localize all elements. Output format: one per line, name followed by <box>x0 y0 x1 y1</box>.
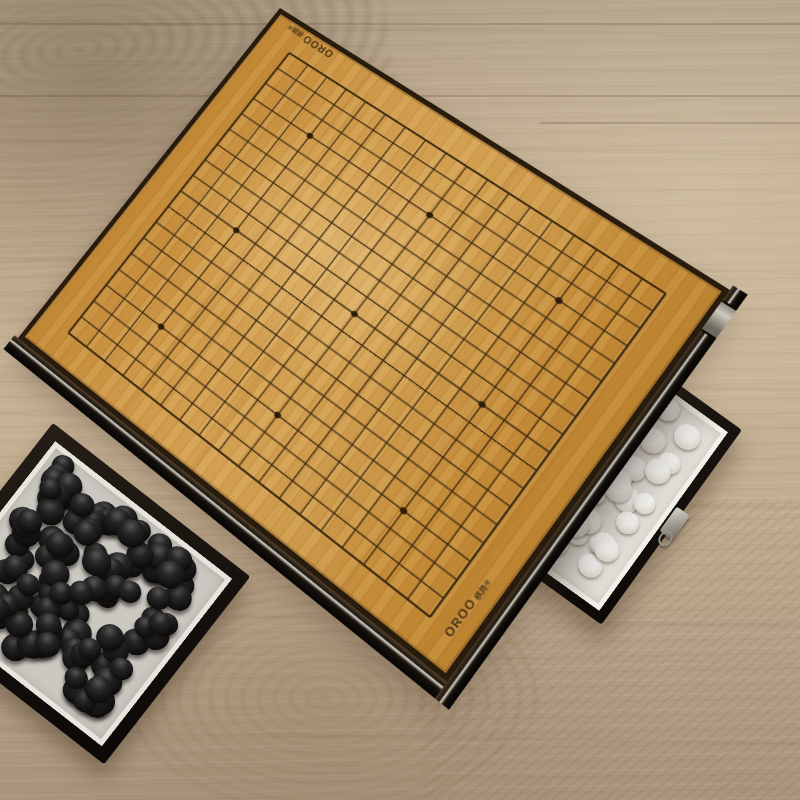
floor-plank-seam <box>540 122 800 124</box>
floor-plank-seam <box>0 23 800 25</box>
go-set-photo: OROO棋路® OROO棋路® <box>0 0 800 800</box>
white-stone <box>668 418 705 455</box>
